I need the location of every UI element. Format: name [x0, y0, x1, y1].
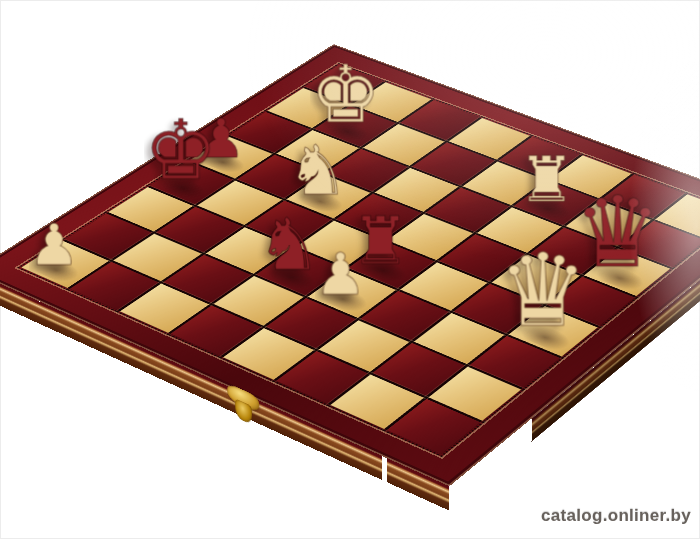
board-grid: ♚♜♛♟♞♚♜♛♞♟♟: [21, 65, 700, 454]
piece-white-pawn: ♟: [28, 218, 79, 272]
square-a8: [305, 65, 384, 104]
chess-board: ♚♜♛♟♞♚♜♛♞♟♟: [0, 44, 700, 486]
square-h7: [620, 221, 700, 267]
square-d1: [171, 305, 262, 356]
brass-clasp: [227, 383, 259, 415]
watermark-text: catalog.onliner.by: [541, 506, 691, 526]
chess-set-photo: ♚♜♛♟♞♚♜♛♞♟♟ catalog.onliner.by: [0, 0, 700, 539]
square-h8: [655, 194, 700, 239]
